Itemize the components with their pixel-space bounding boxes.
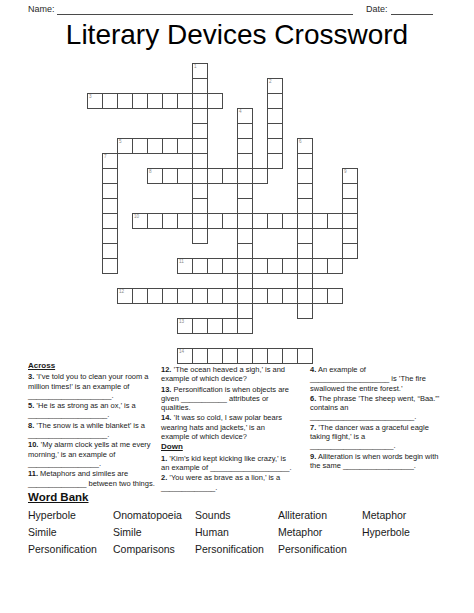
grid-cell-r7-c14[interactable] <box>297 168 313 184</box>
clue-down-4: 4. An example of ___________________ is … <box>310 365 440 393</box>
grid-cell-r6-c12[interactable] <box>267 153 283 169</box>
word-bank-item: Hyperbole <box>28 507 113 524</box>
grid-cell-r17-c10[interactable] <box>237 318 253 334</box>
grid-cell-r5-c5[interactable] <box>162 138 178 154</box>
word-bank-item: Personification <box>278 541 362 558</box>
grid-cell-r6-c1[interactable]: 7 <box>102 153 118 169</box>
word-bank-item: Human <box>195 524 278 541</box>
grid-cell-r16-c14[interactable] <box>297 303 313 319</box>
grid-cell-r9-c14[interactable] <box>297 198 313 214</box>
clue-number: 13. <box>161 385 171 394</box>
cell-number-1: 1 <box>194 64 197 69</box>
grid-cell-r19-c13[interactable] <box>282 348 298 364</box>
grid-cell-r11-c17[interactable] <box>342 228 358 244</box>
grid-cell-r2-c12[interactable] <box>267 93 283 109</box>
grid-cell-r17-c9[interactable] <box>222 318 238 334</box>
grid-cell-r16-c10[interactable] <box>237 303 253 319</box>
grid-cell-r13-c9[interactable] <box>222 258 238 274</box>
clue-across-8: 8. ’The snow is a while blanket’ is a __… <box>28 421 159 440</box>
cell-number-2: 2 <box>269 79 272 84</box>
grid-cell-r10-c13[interactable] <box>282 213 298 229</box>
grid-cell-r12-c14[interactable] <box>297 243 313 259</box>
clue-column-middle: 12. ’The ocean heaved a sigh,’ is and ex… <box>161 365 295 493</box>
grid-cell-r15-c12[interactable] <box>267 288 283 304</box>
clue-text: Metaphors and similes are ______________… <box>28 469 155 487</box>
word-bank-item: Personification <box>195 541 278 558</box>
clue-number: 7. <box>310 423 316 432</box>
clue-across-11: 11. Metaphors and similes are __________… <box>28 469 159 488</box>
word-bank-heading: Word Bank <box>28 491 89 503</box>
grid-cell-r10-c15[interactable] <box>312 213 328 229</box>
grid-cell-r15-c15[interactable] <box>312 288 328 304</box>
grid-cell-r4-c7[interactable] <box>192 123 208 139</box>
grid-cell-r5-c14[interactable]: 6 <box>297 138 313 154</box>
grid-cell-r13-c14[interactable] <box>297 258 313 274</box>
cell-number-5: 5 <box>119 139 122 144</box>
date-blank-line <box>391 4 433 15</box>
clue-text: The phrase ’The sheep went, “Baa.”’ cont… <box>310 394 439 422</box>
grid-cell-r13-c7[interactable] <box>192 258 208 274</box>
grid-cell-r2-c3[interactable] <box>132 93 148 109</box>
grid-cell-r7-c9[interactable] <box>222 168 238 184</box>
clue-across-14: 14. ’It was so cold, I saw polar bears w… <box>161 413 295 441</box>
grid-cell-r15-c8[interactable] <box>207 288 223 304</box>
grid-cell-r19-c9[interactable] <box>222 348 238 364</box>
grid-cell-r2-c7[interactable] <box>192 93 208 109</box>
grid-cell-r13-c16[interactable] <box>327 258 343 274</box>
grid-cell-r19-c11[interactable] <box>252 348 268 364</box>
grid-cell-r2-c8[interactable] <box>207 93 223 109</box>
cell-number-10: 10 <box>134 214 139 219</box>
clue-column-down: 4. An example of ___________________ is … <box>310 365 440 471</box>
grid-cell-r15-c14[interactable] <box>297 288 313 304</box>
clue-text: ’My alarm clock yells at me every mornin… <box>28 440 151 468</box>
grid-cell-r12-c1[interactable] <box>102 243 118 259</box>
grid-cell-r10-c6[interactable] <box>177 213 193 229</box>
grid-cell-r19-c6[interactable]: 14 <box>177 348 193 364</box>
grid-cell-r11-c10[interactable] <box>237 228 253 244</box>
grid-cell-r15-c9[interactable] <box>222 288 238 304</box>
grid-cell-r17-c8[interactable] <box>207 318 223 334</box>
grid-cell-r13-c11[interactable] <box>252 258 268 274</box>
clue-number: 6. <box>310 394 316 403</box>
grid-cell-r13-c12[interactable] <box>267 258 283 274</box>
grid-cell-r9-c10[interactable] <box>237 198 253 214</box>
page-title: Literary Devices Crossword <box>0 19 474 51</box>
clue-text: ’I’ve told you to clean your room a mill… <box>28 372 149 400</box>
clue-number: 5. <box>28 401 34 410</box>
grid-cell-r0-c7[interactable]: 1 <box>192 63 208 79</box>
grid-cell-r15-c10[interactable] <box>237 288 253 304</box>
grid-cell-r12-c17[interactable] <box>342 243 358 259</box>
grid-cell-r14-c10[interactable] <box>237 273 253 289</box>
grid-cell-r10-c4[interactable] <box>147 213 163 229</box>
grid-cell-r2-c6[interactable] <box>177 93 193 109</box>
grid-cell-r7-c6[interactable] <box>177 168 193 184</box>
grid-cell-r7-c8[interactable] <box>207 168 223 184</box>
grid-cell-r6-c10[interactable] <box>237 153 253 169</box>
word-bank-item: Sounds <box>195 507 278 524</box>
grid-cell-r12-c10[interactable] <box>237 243 253 259</box>
grid-cell-r7-c11[interactable] <box>252 168 268 184</box>
clue-number: 12. <box>161 365 171 374</box>
clue-text: ’Kim’s kid kept kicking like crazy,’ is … <box>161 454 292 472</box>
grid-cell-r10-c17[interactable] <box>342 213 358 229</box>
grid-cell-r7-c1[interactable] <box>102 168 118 184</box>
cell-number-11: 11 <box>179 259 184 264</box>
name-blank-line <box>57 4 353 15</box>
cell-number-8: 8 <box>149 169 152 174</box>
clue-text: ’The dancer was a graceful eagle taking … <box>310 423 429 451</box>
grid-cell-r8-c17[interactable] <box>342 183 358 199</box>
grid-cell-r5-c12[interactable] <box>267 138 283 154</box>
word-bank-item: Simile <box>28 524 113 541</box>
across-heading: Across <box>28 361 159 370</box>
grid-cell-r10-c8[interactable] <box>207 213 223 229</box>
grid-cell-r17-c7[interactable] <box>192 318 208 334</box>
grid-cell-r1-c7[interactable] <box>192 78 208 94</box>
date-label: Date: <box>366 4 388 14</box>
grid-cell-r2-c0[interactable]: 3 <box>87 93 103 109</box>
grid-cell-r15-c13[interactable] <box>282 288 298 304</box>
clue-number: 2. <box>161 473 167 482</box>
clue-text: ’It was so cold, I saw polar bears weari… <box>161 413 282 441</box>
grid-cell-r5-c2[interactable]: 5 <box>117 138 133 154</box>
grid-cell-r15-c4[interactable] <box>147 288 163 304</box>
grid-cell-r11-c7[interactable] <box>192 228 208 244</box>
clue-text: An example of ___________________ is ’Th… <box>310 365 426 393</box>
clue-down-7: 7. ’The dancer was a graceful eagle taki… <box>310 423 440 451</box>
grid-cell-r15-c3[interactable] <box>132 288 148 304</box>
grid-cell-r8-c10[interactable] <box>237 183 253 199</box>
grid-cell-r9-c1[interactable] <box>102 198 118 214</box>
grid-cell-r15-c2[interactable]: 12 <box>117 288 133 304</box>
grid-cell-r10-c14[interactable] <box>297 213 313 229</box>
grid-cell-r7-c17[interactable]: 9 <box>342 168 358 184</box>
grid-cell-r10-c16[interactable] <box>327 213 343 229</box>
grid-cell-r2-c1[interactable] <box>102 93 118 109</box>
grid-cell-r7-c4[interactable]: 8 <box>147 168 163 184</box>
grid-cell-r17-c6[interactable]: 13 <box>177 318 193 334</box>
grid-cell-r13-c10[interactable] <box>237 258 253 274</box>
grid-cell-r13-c1[interactable] <box>102 258 118 274</box>
grid-cell-r7-c5[interactable] <box>162 168 178 184</box>
grid-cell-r8-c7[interactable] <box>192 183 208 199</box>
grid-cell-r7-c10[interactable] <box>237 168 253 184</box>
grid-cell-r15-c11[interactable] <box>252 288 268 304</box>
grid-cell-r11-c14[interactable] <box>297 228 313 244</box>
grid-cell-r2-c5[interactable] <box>162 93 178 109</box>
grid-cell-r3-c12[interactable] <box>267 108 283 124</box>
grid-cell-r5-c6[interactable] <box>177 138 193 154</box>
clue-across-3: 3. ’I’ve told you to clean your room a m… <box>28 372 159 400</box>
grid-cell-r4-c12[interactable] <box>267 123 283 139</box>
clue-text: ’You were as brave as a lion,’ is a ____… <box>161 473 280 491</box>
grid-cell-r13-c6[interactable]: 11 <box>177 258 193 274</box>
grid-cell-r10-c1[interactable] <box>102 213 118 229</box>
clue-text: ’The snow is a while blanket’ is a _____… <box>28 421 145 439</box>
cell-number-9: 9 <box>344 169 347 174</box>
clue-number: 4. <box>310 365 316 374</box>
grid-cell-r2-c4[interactable] <box>147 93 163 109</box>
grid-cell-r5-c10[interactable] <box>237 138 253 154</box>
cell-number-6: 6 <box>299 139 302 144</box>
word-bank-item: Metaphor <box>362 507 442 524</box>
grid-cell-r4-c10[interactable] <box>237 123 253 139</box>
grid-cell-r19-c14[interactable] <box>297 348 313 364</box>
clue-text: ’He is as strong as an ox,’ is a _______… <box>28 401 136 419</box>
clue-across-13: 13. Personification is when objects are … <box>161 385 295 413</box>
grid-cell-r8-c1[interactable] <box>102 183 118 199</box>
clue-down-6: 6. The phrase ’The sheep went, “Baa.”’ c… <box>310 394 440 422</box>
grid-cell-r11-c1[interactable] <box>102 228 118 244</box>
grid-cell-r10-c12[interactable] <box>267 213 283 229</box>
clue-text: Alliteration is when words begin with th… <box>310 452 438 470</box>
clue-across-5: 5. ’He is as strong as an ox,’ is a ____… <box>28 401 159 420</box>
clue-number: 8. <box>28 421 34 430</box>
grid-cell-r7-c7[interactable] <box>192 168 208 184</box>
cell-number-3: 3 <box>89 94 92 99</box>
cell-number-14: 14 <box>179 349 184 354</box>
name-label: Name: <box>28 4 55 14</box>
grid-cell-r3-c7[interactable] <box>192 108 208 124</box>
grid-cell-r5-c7[interactable] <box>192 138 208 154</box>
word-bank-item: Hyperbole <box>362 524 442 541</box>
clue-number: 14. <box>161 413 171 422</box>
cell-number-7: 7 <box>104 154 107 159</box>
grid-cell-r10-c11[interactable] <box>252 213 268 229</box>
word-bank: Hyperbole Onomatopoeia Sounds Alliterati… <box>28 507 442 558</box>
grid-cell-r10-c3[interactable]: 10 <box>132 213 148 229</box>
clue-number: 3. <box>28 372 34 381</box>
grid-cell-r13-c13[interactable] <box>282 258 298 274</box>
crossword-grid: 1234567891011121314 <box>87 63 359 365</box>
clue-down-9: 9. Alliteration is when words begin with… <box>310 452 440 471</box>
cell-number-12: 12 <box>119 289 124 294</box>
grid-cell-r15-c6[interactable] <box>177 288 193 304</box>
clue-column-across: Across 3. ’I’ve told you to clean your r… <box>28 361 159 489</box>
grid-cell-r1-c12[interactable]: 2 <box>267 78 283 94</box>
clue-text: Personification is when objects are give… <box>161 385 289 413</box>
grid-cell-r6-c7[interactable] <box>192 153 208 169</box>
grid-cell-r10-c9[interactable] <box>222 213 238 229</box>
clue-number: 11. <box>28 469 38 478</box>
grid-cell-r15-c5[interactable] <box>162 288 178 304</box>
grid-cell-r3-c10[interactable]: 4 <box>237 108 253 124</box>
grid-cell-r9-c7[interactable] <box>192 198 208 214</box>
grid-cell-r10-c10[interactable] <box>237 213 253 229</box>
grid-cell-r10-c5[interactable] <box>162 213 178 229</box>
grid-cell-r19-c7[interactable] <box>192 348 208 364</box>
word-bank-item: Alliteration <box>278 507 362 524</box>
clue-across-12: 12. ’The ocean heaved a sigh,’ is and ex… <box>161 365 295 384</box>
grid-cell-r10-c7[interactable] <box>192 213 208 229</box>
clue-text: ’The ocean heaved a sigh,’ is and exampl… <box>161 365 285 383</box>
grid-cell-r13-c15[interactable] <box>312 258 328 274</box>
word-bank-item: Comparisons <box>113 541 195 558</box>
grid-cell-r15-c7[interactable] <box>192 288 208 304</box>
clue-number: 10. <box>28 440 38 449</box>
grid-cell-r5-c3[interactable] <box>132 138 148 154</box>
clue-number: 1. <box>161 454 167 463</box>
grid-cell-r19-c8[interactable] <box>207 348 223 364</box>
clue-across-10: 10. ’My alarm clock yells at me every mo… <box>28 440 159 468</box>
word-bank-item: Metaphor <box>278 524 362 541</box>
word-bank-item: Simile <box>113 524 195 541</box>
grid-cell-r13-c8[interactable] <box>207 258 223 274</box>
clue-down-1: 1. ’Kim’s kid kept kicking like crazy,’ … <box>161 454 295 473</box>
clue-down-2: 2. ’You were as brave as a lion,’ is a _… <box>161 473 295 492</box>
grid-cell-r15-c16[interactable] <box>327 288 343 304</box>
clue-number: 9. <box>310 452 316 461</box>
grid-cell-r5-c4[interactable] <box>147 138 163 154</box>
grid-cell-r8-c14[interactable] <box>297 183 313 199</box>
grid-cell-r2-c2[interactable] <box>117 93 133 109</box>
word-bank-item: Personification <box>28 541 113 558</box>
cell-number-13: 13 <box>179 319 184 324</box>
grid-cell-r19-c10[interactable] <box>237 348 253 364</box>
cell-number-4: 4 <box>239 109 242 114</box>
down-heading: Down <box>161 442 295 451</box>
grid-cell-r6-c14[interactable] <box>297 153 313 169</box>
word-bank-item: Onomatopoeia <box>113 507 195 524</box>
grid-cell-r14-c14[interactable] <box>297 273 313 289</box>
grid-cell-r9-c17[interactable] <box>342 198 358 214</box>
grid-cell-r19-c12[interactable] <box>267 348 283 364</box>
